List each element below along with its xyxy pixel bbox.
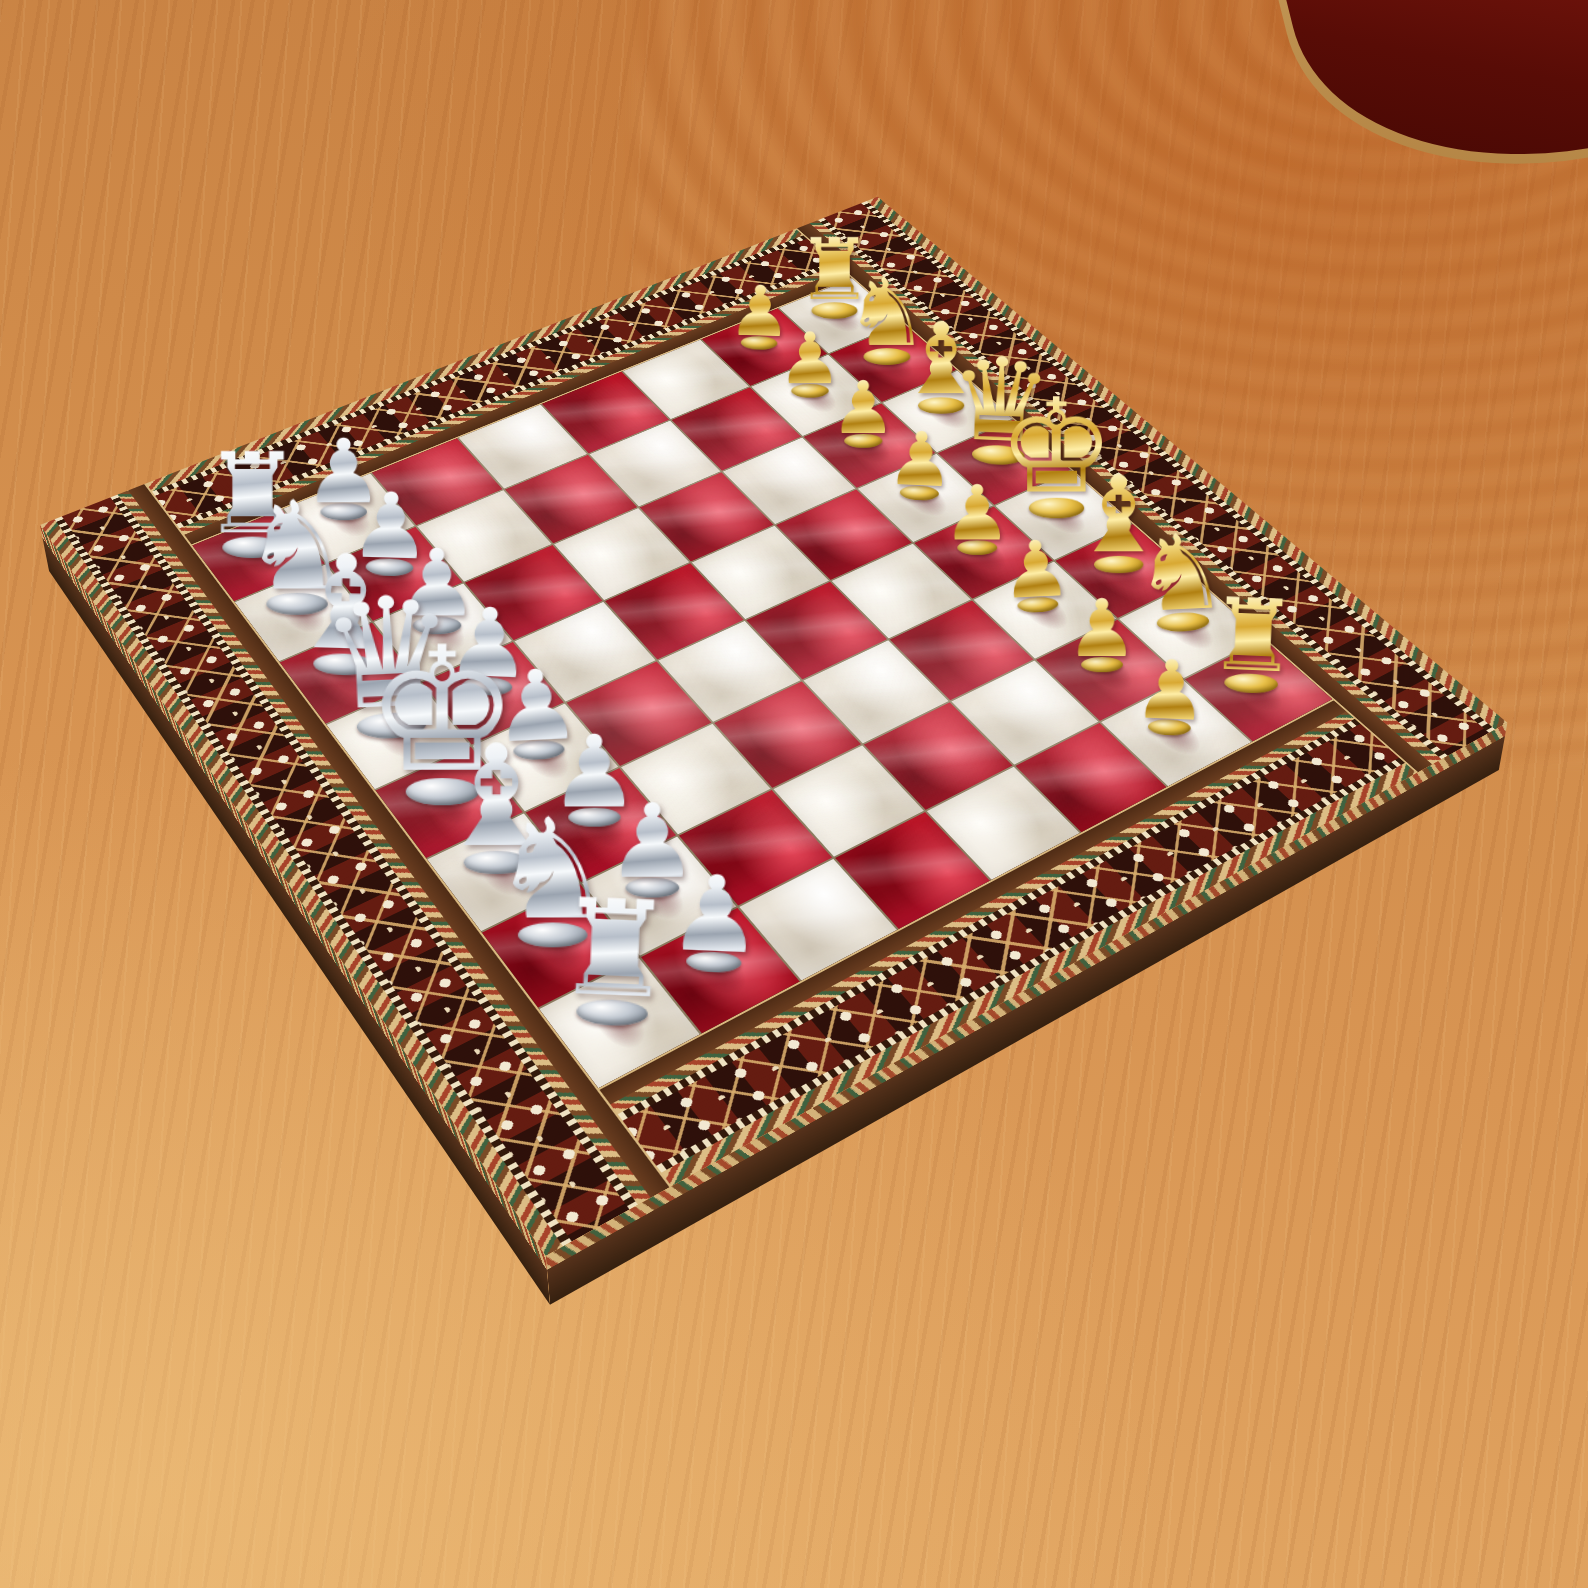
pawn-glyph: ♟ xyxy=(1132,652,1208,730)
perspective-scene: ♜♞♝♛♚♝♞♜♟♟♟♟♟♟♟♟♟♟♟♟♟♟♟♟♜♞♝♛♚♝♞♜ xyxy=(0,0,1588,1588)
chess-board: ♜♞♝♛♚♝♞♜♟♟♟♟♟♟♟♟♟♟♟♟♟♟♟♟♜♞♝♛♚♝♞♜ xyxy=(40,197,1507,1256)
piece-figure: ♜ xyxy=(516,884,713,1028)
scene: Walnut mosaic chess board with red and p… xyxy=(0,0,1588,1588)
rook-glyph: ♜ xyxy=(553,886,677,1013)
piece-figure: ♟ xyxy=(1095,650,1244,738)
